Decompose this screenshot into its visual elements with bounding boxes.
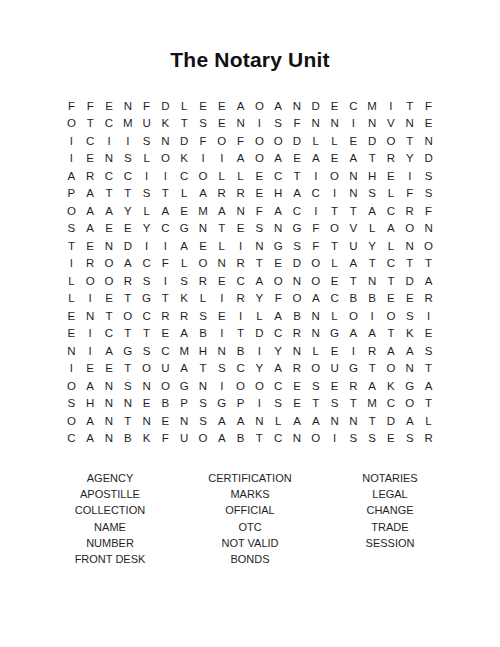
grid-cell[interactable]: C: [156, 220, 175, 238]
grid-cell[interactable]: A: [344, 150, 363, 168]
grid-cell[interactable]: E: [250, 167, 269, 185]
grid-cell[interactable]: L: [62, 272, 81, 290]
grid-cell[interactable]: P: [62, 185, 81, 203]
grid-cell[interactable]: B: [156, 395, 175, 413]
grid-cell[interactable]: F: [250, 202, 269, 220]
grid-cell[interactable]: T: [344, 272, 363, 290]
grid-cell[interactable]: G: [118, 342, 137, 360]
grid-cell[interactable]: I: [156, 272, 175, 290]
grid-cell[interactable]: I: [118, 132, 137, 150]
grid-cell[interactable]: A: [288, 412, 307, 430]
grid-cell[interactable]: S: [118, 150, 137, 168]
grid-cell[interactable]: D: [156, 97, 175, 115]
grid-cell[interactable]: I: [382, 97, 401, 115]
grid-cell[interactable]: T: [306, 395, 325, 413]
grid-cell[interactable]: O: [288, 290, 307, 308]
grid-cell[interactable]: O: [212, 132, 231, 150]
grid-cell[interactable]: O: [419, 237, 438, 255]
grid-cell[interactable]: S: [250, 220, 269, 238]
grid-cell[interactable]: D: [306, 97, 325, 115]
grid-cell[interactable]: A: [382, 342, 401, 360]
grid-cell[interactable]: E: [156, 412, 175, 430]
grid-cell[interactable]: I: [156, 237, 175, 255]
grid-cell[interactable]: A: [363, 202, 382, 220]
grid-cell[interactable]: T: [325, 202, 344, 220]
grid-cell[interactable]: S: [118, 377, 137, 395]
grid-cell[interactable]: T: [400, 97, 419, 115]
grid-cell[interactable]: O: [344, 307, 363, 325]
grid-cell[interactable]: S: [194, 395, 213, 413]
grid-cell[interactable]: I: [363, 307, 382, 325]
grid-cell[interactable]: R: [419, 430, 438, 448]
grid-cell[interactable]: B: [231, 342, 250, 360]
grid-cell[interactable]: E: [419, 115, 438, 133]
grid-cell[interactable]: T: [382, 325, 401, 343]
grid-cell[interactable]: I: [212, 377, 231, 395]
grid-cell[interactable]: E: [100, 97, 119, 115]
grid-cell[interactable]: I: [137, 237, 156, 255]
grid-cell[interactable]: T: [100, 185, 119, 203]
grid-cell[interactable]: N: [400, 115, 419, 133]
grid-cell[interactable]: S: [269, 395, 288, 413]
grid-cell[interactable]: S: [419, 185, 438, 203]
grid-cell[interactable]: T: [250, 255, 269, 273]
grid-cell[interactable]: O: [118, 307, 137, 325]
grid-cell[interactable]: A: [118, 255, 137, 273]
grid-cell[interactable]: R: [344, 377, 363, 395]
grid-cell[interactable]: I: [62, 132, 81, 150]
grid-cell[interactable]: R: [419, 290, 438, 308]
grid-cell[interactable]: R: [212, 185, 231, 203]
grid-cell[interactable]: I: [81, 325, 100, 343]
grid-cell[interactable]: F: [156, 255, 175, 273]
grid-cell[interactable]: C: [137, 307, 156, 325]
grid-cell[interactable]: S: [137, 272, 156, 290]
grid-cell[interactable]: A: [288, 185, 307, 203]
grid-cell[interactable]: T: [363, 255, 382, 273]
grid-cell[interactable]: N: [100, 150, 119, 168]
grid-cell[interactable]: K: [400, 325, 419, 343]
grid-cell[interactable]: C: [100, 325, 119, 343]
grid-cell[interactable]: F: [156, 430, 175, 448]
grid-cell[interactable]: I: [100, 132, 119, 150]
grid-cell[interactable]: R: [363, 342, 382, 360]
grid-cell[interactable]: L: [250, 307, 269, 325]
grid-cell[interactable]: S: [344, 430, 363, 448]
grid-cell[interactable]: O: [400, 220, 419, 238]
grid-cell[interactable]: M: [118, 115, 137, 133]
grid-cell[interactable]: H: [194, 342, 213, 360]
grid-cell[interactable]: O: [306, 272, 325, 290]
grid-cell[interactable]: Y: [250, 290, 269, 308]
grid-cell[interactable]: I: [344, 115, 363, 133]
grid-cell[interactable]: A: [269, 202, 288, 220]
grid-cell[interactable]: L: [419, 412, 438, 430]
grid-cell[interactable]: L: [306, 132, 325, 150]
grid-cell[interactable]: E: [400, 290, 419, 308]
grid-cell[interactable]: R: [400, 202, 419, 220]
grid-cell[interactable]: C: [325, 290, 344, 308]
grid-cell[interactable]: O: [194, 430, 213, 448]
grid-cell[interactable]: A: [250, 272, 269, 290]
grid-cell[interactable]: T: [250, 430, 269, 448]
grid-cell[interactable]: T: [344, 202, 363, 220]
grid-cell[interactable]: A: [100, 342, 119, 360]
grid-cell[interactable]: A: [382, 220, 401, 238]
grid-cell[interactable]: T: [62, 237, 81, 255]
grid-cell[interactable]: O: [325, 220, 344, 238]
grid-cell[interactable]: S: [363, 185, 382, 203]
grid-cell[interactable]: C: [382, 202, 401, 220]
grid-cell[interactable]: A: [419, 377, 438, 395]
grid-cell[interactable]: T: [118, 412, 137, 430]
grid-cell[interactable]: A: [400, 412, 419, 430]
grid-cell[interactable]: L: [325, 132, 344, 150]
grid-cell[interactable]: A: [212, 202, 231, 220]
grid-cell[interactable]: O: [382, 307, 401, 325]
grid-cell[interactable]: F: [306, 237, 325, 255]
grid-cell[interactable]: N: [194, 377, 213, 395]
grid-cell[interactable]: E: [288, 377, 307, 395]
grid-cell[interactable]: S: [194, 115, 213, 133]
grid-cell[interactable]: A: [175, 360, 194, 378]
grid-cell[interactable]: K: [137, 430, 156, 448]
grid-cell[interactable]: K: [382, 377, 401, 395]
grid-cell[interactable]: K: [175, 290, 194, 308]
grid-cell[interactable]: N: [306, 115, 325, 133]
grid-cell[interactable]: Y: [118, 202, 137, 220]
grid-cell[interactable]: Y: [137, 220, 156, 238]
grid-cell[interactable]: N: [100, 395, 119, 413]
grid-cell[interactable]: C: [269, 377, 288, 395]
grid-cell[interactable]: I: [212, 290, 231, 308]
grid-cell[interactable]: N: [325, 115, 344, 133]
grid-cell[interactable]: S: [62, 395, 81, 413]
grid-cell[interactable]: E: [288, 150, 307, 168]
grid-cell[interactable]: S: [325, 395, 344, 413]
grid-cell[interactable]: L: [175, 97, 194, 115]
grid-cell[interactable]: T: [212, 220, 231, 238]
grid-cell[interactable]: R: [288, 360, 307, 378]
grid-cell[interactable]: D: [363, 132, 382, 150]
grid-cell[interactable]: E: [194, 97, 213, 115]
grid-cell[interactable]: F: [62, 97, 81, 115]
grid-cell[interactable]: N: [269, 220, 288, 238]
grid-cell[interactable]: O: [100, 272, 119, 290]
grid-cell[interactable]: A: [212, 430, 231, 448]
grid-cell[interactable]: S: [194, 412, 213, 430]
grid-cell[interactable]: O: [269, 132, 288, 150]
grid-cell[interactable]: A: [344, 255, 363, 273]
grid-cell[interactable]: E: [194, 237, 213, 255]
grid-cell[interactable]: R: [231, 185, 250, 203]
grid-cell[interactable]: C: [269, 167, 288, 185]
grid-cell[interactable]: A: [194, 185, 213, 203]
grid-cell[interactable]: G: [400, 377, 419, 395]
grid-cell[interactable]: E: [212, 97, 231, 115]
grid-cell[interactable]: I: [250, 395, 269, 413]
grid-cell[interactable]: E: [175, 202, 194, 220]
grid-cell[interactable]: N: [100, 430, 119, 448]
grid-cell[interactable]: O: [400, 395, 419, 413]
grid-cell[interactable]: O: [325, 167, 344, 185]
grid-cell[interactable]: T: [231, 325, 250, 343]
grid-cell[interactable]: L: [382, 185, 401, 203]
grid-cell[interactable]: N: [100, 237, 119, 255]
grid-cell[interactable]: L: [325, 307, 344, 325]
grid-cell[interactable]: D: [419, 150, 438, 168]
grid-cell[interactable]: F: [419, 97, 438, 115]
grid-cell[interactable]: C: [288, 202, 307, 220]
grid-cell[interactable]: N: [363, 272, 382, 290]
grid-cell[interactable]: E: [212, 115, 231, 133]
grid-cell[interactable]: N: [62, 342, 81, 360]
grid-cell[interactable]: E: [288, 395, 307, 413]
grid-cell[interactable]: A: [231, 150, 250, 168]
grid-cell[interactable]: E: [212, 307, 231, 325]
grid-cell[interactable]: A: [81, 202, 100, 220]
grid-cell[interactable]: C: [382, 395, 401, 413]
grid-cell[interactable]: S: [212, 360, 231, 378]
grid-cell[interactable]: F: [194, 132, 213, 150]
grid-cell[interactable]: T: [363, 150, 382, 168]
grid-cell[interactable]: G: [344, 360, 363, 378]
grid-cell[interactable]: D: [250, 325, 269, 343]
grid-cell[interactable]: P: [175, 395, 194, 413]
grid-cell[interactable]: D: [288, 132, 307, 150]
grid-cell[interactable]: N: [81, 307, 100, 325]
grid-cell[interactable]: C: [382, 255, 401, 273]
grid-cell[interactable]: U: [325, 360, 344, 378]
grid-cell[interactable]: O: [156, 377, 175, 395]
grid-cell[interactable]: F: [137, 97, 156, 115]
grid-cell[interactable]: S: [194, 307, 213, 325]
grid-cell[interactable]: R: [231, 290, 250, 308]
grid-cell[interactable]: N: [212, 255, 231, 273]
grid-cell[interactable]: L: [269, 412, 288, 430]
grid-cell[interactable]: I: [62, 255, 81, 273]
grid-cell[interactable]: I: [306, 167, 325, 185]
grid-cell[interactable]: B: [194, 325, 213, 343]
grid-cell[interactable]: N: [419, 220, 438, 238]
grid-cell[interactable]: E: [81, 360, 100, 378]
grid-cell[interactable]: O: [81, 272, 100, 290]
grid-cell[interactable]: E: [325, 150, 344, 168]
grid-cell[interactable]: T: [419, 395, 438, 413]
grid-cell[interactable]: N: [118, 395, 137, 413]
grid-cell[interactable]: O: [382, 132, 401, 150]
grid-cell[interactable]: E: [325, 342, 344, 360]
grid-cell[interactable]: T: [194, 360, 213, 378]
grid-cell[interactable]: G: [175, 377, 194, 395]
grid-cell[interactable]: A: [306, 290, 325, 308]
grid-cell[interactable]: M: [175, 342, 194, 360]
grid-cell[interactable]: N: [250, 237, 269, 255]
grid-cell[interactable]: N: [137, 377, 156, 395]
grid-cell[interactable]: L: [382, 237, 401, 255]
grid-cell[interactable]: E: [419, 325, 438, 343]
grid-cell[interactable]: F: [288, 115, 307, 133]
grid-cell[interactable]: E: [250, 185, 269, 203]
grid-cell[interactable]: O: [269, 272, 288, 290]
grid-cell[interactable]: E: [344, 132, 363, 150]
grid-cell[interactable]: T: [81, 115, 100, 133]
grid-cell[interactable]: C: [100, 167, 119, 185]
grid-cell[interactable]: G: [288, 220, 307, 238]
grid-cell[interactable]: I: [212, 325, 231, 343]
grid-cell[interactable]: O: [306, 255, 325, 273]
grid-cell[interactable]: T: [344, 395, 363, 413]
grid-cell[interactable]: F: [306, 220, 325, 238]
grid-cell[interactable]: E: [231, 220, 250, 238]
grid-cell[interactable]: O: [62, 115, 81, 133]
grid-cell[interactable]: C: [269, 325, 288, 343]
grid-cell[interactable]: N: [288, 342, 307, 360]
grid-cell[interactable]: Y: [250, 360, 269, 378]
grid-cell[interactable]: E: [100, 290, 119, 308]
grid-cell[interactable]: N: [344, 185, 363, 203]
grid-cell[interactable]: A: [175, 325, 194, 343]
grid-cell[interactable]: A: [81, 430, 100, 448]
grid-cell[interactable]: A: [81, 412, 100, 430]
grid-cell[interactable]: Y: [363, 237, 382, 255]
grid-cell[interactable]: A: [231, 412, 250, 430]
grid-cell[interactable]: N: [231, 202, 250, 220]
grid-cell[interactable]: G: [212, 395, 231, 413]
grid-cell[interactable]: B: [363, 290, 382, 308]
grid-cell[interactable]: T: [419, 255, 438, 273]
grid-cell[interactable]: Y: [400, 150, 419, 168]
grid-cell[interactable]: H: [269, 185, 288, 203]
grid-cell[interactable]: I: [81, 290, 100, 308]
grid-cell[interactable]: M: [363, 395, 382, 413]
grid-cell[interactable]: L: [325, 255, 344, 273]
grid-cell[interactable]: E: [81, 237, 100, 255]
grid-cell[interactable]: F: [269, 290, 288, 308]
grid-cell[interactable]: A: [231, 97, 250, 115]
grid-cell[interactable]: Y: [269, 342, 288, 360]
grid-cell[interactable]: O: [231, 377, 250, 395]
grid-cell[interactable]: E: [382, 167, 401, 185]
grid-cell[interactable]: N: [212, 342, 231, 360]
grid-cell[interactable]: I: [231, 307, 250, 325]
grid-cell[interactable]: I: [62, 150, 81, 168]
grid-cell[interactable]: N: [194, 220, 213, 238]
grid-cell[interactable]: O: [194, 255, 213, 273]
grid-cell[interactable]: M: [363, 97, 382, 115]
grid-cell[interactable]: B: [231, 430, 250, 448]
grid-cell[interactable]: S: [400, 307, 419, 325]
grid-cell[interactable]: O: [62, 377, 81, 395]
grid-cell[interactable]: B: [344, 290, 363, 308]
grid-cell[interactable]: N: [363, 115, 382, 133]
grid-cell[interactable]: L: [175, 185, 194, 203]
grid-cell[interactable]: R: [81, 255, 100, 273]
grid-cell[interactable]: T: [100, 307, 119, 325]
grid-cell[interactable]: I: [212, 150, 231, 168]
grid-cell[interactable]: S: [175, 272, 194, 290]
grid-cell[interactable]: T: [156, 185, 175, 203]
grid-cell[interactable]: D: [118, 237, 137, 255]
grid-cell[interactable]: N: [288, 272, 307, 290]
grid-cell[interactable]: T: [325, 237, 344, 255]
grid-cell[interactable]: C: [100, 115, 119, 133]
grid-cell[interactable]: N: [137, 412, 156, 430]
grid-cell[interactable]: E: [118, 220, 137, 238]
grid-cell[interactable]: S: [306, 377, 325, 395]
grid-cell[interactable]: A: [344, 325, 363, 343]
grid-cell[interactable]: C: [81, 132, 100, 150]
grid-cell[interactable]: E: [81, 150, 100, 168]
grid-cell[interactable]: N: [100, 377, 119, 395]
grid-cell[interactable]: A: [175, 237, 194, 255]
grid-cell[interactable]: I: [325, 430, 344, 448]
grid-cell[interactable]: I: [325, 185, 344, 203]
grid-cell[interactable]: O: [100, 255, 119, 273]
grid-cell[interactable]: M: [194, 202, 213, 220]
grid-cell[interactable]: A: [306, 150, 325, 168]
grid-cell[interactable]: S: [269, 115, 288, 133]
grid-cell[interactable]: K: [156, 115, 175, 133]
grid-cell[interactable]: R: [288, 325, 307, 343]
grid-cell[interactable]: O: [250, 150, 269, 168]
grid-cell[interactable]: D: [288, 255, 307, 273]
grid-cell[interactable]: U: [156, 360, 175, 378]
grid-cell[interactable]: I: [156, 167, 175, 185]
grid-cell[interactable]: T: [137, 325, 156, 343]
grid-cell[interactable]: C: [231, 272, 250, 290]
grid-cell[interactable]: A: [269, 97, 288, 115]
grid-cell[interactable]: O: [382, 360, 401, 378]
grid-cell[interactable]: T: [118, 290, 137, 308]
grid-cell[interactable]: E: [137, 395, 156, 413]
grid-cell[interactable]: O: [250, 132, 269, 150]
grid-cell[interactable]: A: [269, 150, 288, 168]
grid-cell[interactable]: O: [62, 202, 81, 220]
grid-cell[interactable]: I: [194, 150, 213, 168]
grid-cell[interactable]: S: [363, 430, 382, 448]
grid-cell[interactable]: A: [81, 220, 100, 238]
grid-cell[interactable]: C: [344, 97, 363, 115]
grid-cell[interactable]: D: [400, 272, 419, 290]
grid-cell[interactable]: C: [175, 167, 194, 185]
grid-cell[interactable]: C: [62, 430, 81, 448]
grid-cell[interactable]: A: [400, 342, 419, 360]
grid-cell[interactable]: A: [81, 377, 100, 395]
grid-cell[interactable]: N: [288, 97, 307, 115]
grid-cell[interactable]: E: [382, 290, 401, 308]
grid-cell[interactable]: S: [288, 237, 307, 255]
grid-cell[interactable]: F: [419, 202, 438, 220]
grid-cell[interactable]: S: [419, 342, 438, 360]
grid-cell[interactable]: A: [363, 377, 382, 395]
grid-cell[interactable]: O: [306, 360, 325, 378]
grid-cell[interactable]: B: [118, 430, 137, 448]
grid-cell[interactable]: R: [175, 307, 194, 325]
grid-cell[interactable]: S: [62, 220, 81, 238]
grid-cell[interactable]: O: [194, 167, 213, 185]
grid-cell[interactable]: C: [118, 167, 137, 185]
grid-cell[interactable]: E: [62, 325, 81, 343]
grid-cell[interactable]: T: [156, 290, 175, 308]
grid-cell[interactable]: I: [137, 167, 156, 185]
grid-cell[interactable]: G: [175, 220, 194, 238]
grid-cell[interactable]: R: [231, 255, 250, 273]
grid-cell[interactable]: O: [156, 150, 175, 168]
grid-cell[interactable]: T: [118, 325, 137, 343]
grid-cell[interactable]: F: [400, 185, 419, 203]
grid-cell[interactable]: L: [231, 167, 250, 185]
